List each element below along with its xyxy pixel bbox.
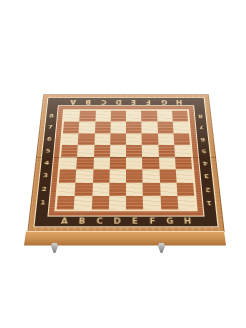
product-photo: ABCDEFGH ABCDEFGH 87654321 87654321 xyxy=(0,0,246,328)
square-d4 xyxy=(109,157,126,170)
square-d8 xyxy=(110,110,126,121)
square-f6 xyxy=(141,133,157,145)
square-f8 xyxy=(141,110,157,121)
hinge-right-icon xyxy=(158,243,165,253)
rank-label-right-3: 3 xyxy=(200,169,213,182)
square-e8 xyxy=(126,110,142,121)
square-f4 xyxy=(142,157,159,170)
chessboard: ABCDEFGH ABCDEFGH 87654321 87654321 xyxy=(27,94,224,232)
square-f5 xyxy=(141,144,158,156)
file-label-bottom-a: A xyxy=(55,216,73,226)
square-a3 xyxy=(58,169,76,182)
rank-label-left-4: 4 xyxy=(40,157,52,170)
square-c5 xyxy=(93,144,110,156)
square-c4 xyxy=(92,157,109,170)
square-h5 xyxy=(173,144,190,156)
square-b8 xyxy=(79,110,95,121)
square-f7 xyxy=(141,121,157,132)
fold-seam xyxy=(35,157,215,158)
square-g6 xyxy=(157,133,173,145)
hinge-left-icon xyxy=(51,243,58,253)
square-g7 xyxy=(157,121,173,132)
rank-label-right-6: 6 xyxy=(196,133,208,145)
square-f3 xyxy=(142,169,159,182)
square-b6 xyxy=(78,133,94,145)
file-label-top-d: D xyxy=(110,98,125,105)
rank-label-left-3: 3 xyxy=(39,169,52,182)
square-h6 xyxy=(173,133,190,145)
board-squares xyxy=(54,109,197,211)
square-h3 xyxy=(175,169,193,182)
rank-label-right-7: 7 xyxy=(195,121,207,132)
file-label-top-e: E xyxy=(126,98,141,105)
file-label-bottom-e: E xyxy=(126,216,144,226)
square-h8 xyxy=(171,110,187,121)
square-a5 xyxy=(61,144,78,156)
square-c7 xyxy=(94,121,110,132)
square-h1 xyxy=(177,195,195,209)
square-g4 xyxy=(158,157,175,170)
square-b1 xyxy=(73,195,91,209)
inner-accent-band xyxy=(47,105,204,216)
square-d1 xyxy=(108,195,125,209)
rank-label-right-4: 4 xyxy=(199,157,211,170)
square-e7 xyxy=(126,121,142,132)
square-h2 xyxy=(176,182,194,195)
rank-label-left-5: 5 xyxy=(42,144,54,156)
square-c2 xyxy=(91,182,108,195)
rank-label-left-2: 2 xyxy=(37,182,50,195)
rank-label-left-7: 7 xyxy=(44,121,56,132)
square-a6 xyxy=(62,133,79,145)
file-label-bottom-b: B xyxy=(72,216,90,226)
file-label-top-h: H xyxy=(171,98,187,105)
file-label-top-f: F xyxy=(141,98,156,105)
square-d6 xyxy=(110,133,126,145)
square-b5 xyxy=(77,144,94,156)
square-b7 xyxy=(78,121,94,132)
file-label-top-a: A xyxy=(65,98,81,105)
square-b2 xyxy=(74,182,92,195)
square-b4 xyxy=(76,157,93,170)
file-label-bottom-c: C xyxy=(90,216,108,226)
square-d7 xyxy=(110,121,126,132)
rank-label-left-6: 6 xyxy=(43,133,55,145)
square-h7 xyxy=(172,121,188,132)
file-label-bottom-d: D xyxy=(108,216,126,226)
square-c6 xyxy=(94,133,110,145)
square-g8 xyxy=(156,110,172,121)
square-e6 xyxy=(126,133,142,145)
square-f2 xyxy=(142,182,159,195)
square-g3 xyxy=(159,169,176,182)
file-label-top-g: G xyxy=(156,98,171,105)
file-label-top-b: B xyxy=(80,98,95,105)
square-d3 xyxy=(109,169,126,182)
square-d2 xyxy=(108,182,125,195)
front-edge-highlight xyxy=(26,231,224,232)
square-f1 xyxy=(143,195,161,209)
coordinate-border xyxy=(33,97,218,227)
file-labels-bottom: ABCDEFGH xyxy=(55,216,197,226)
file-label-top-c: C xyxy=(95,98,110,105)
square-e5 xyxy=(126,144,142,156)
square-e2 xyxy=(126,182,143,195)
square-c8 xyxy=(94,110,110,121)
square-a8 xyxy=(63,110,79,121)
rank-label-right-8: 8 xyxy=(194,110,206,121)
square-e1 xyxy=(126,195,143,209)
file-label-bottom-g: G xyxy=(160,216,178,226)
rank-label-right-5: 5 xyxy=(197,144,209,156)
square-h4 xyxy=(174,157,191,170)
board-frame: ABCDEFGH ABCDEFGH 87654321 87654321 xyxy=(27,94,224,232)
square-a1 xyxy=(56,195,74,209)
rank-label-right-1: 1 xyxy=(202,195,215,209)
square-a4 xyxy=(59,157,76,170)
rank-label-right-2: 2 xyxy=(201,182,214,195)
rank-label-left-8: 8 xyxy=(45,110,57,121)
file-label-bottom-f: F xyxy=(143,216,161,226)
rank-label-left-1: 1 xyxy=(36,195,49,209)
square-a7 xyxy=(62,121,78,132)
file-label-bottom-h: H xyxy=(178,216,196,226)
square-g1 xyxy=(160,195,178,209)
square-c3 xyxy=(92,169,109,182)
square-e4 xyxy=(126,157,143,170)
square-e3 xyxy=(126,169,143,182)
square-g2 xyxy=(159,182,177,195)
square-a2 xyxy=(57,182,75,195)
square-d5 xyxy=(109,144,125,156)
square-b3 xyxy=(75,169,92,182)
square-c1 xyxy=(91,195,109,209)
square-g5 xyxy=(157,144,174,156)
file-labels-top: ABCDEFGH xyxy=(65,98,186,105)
